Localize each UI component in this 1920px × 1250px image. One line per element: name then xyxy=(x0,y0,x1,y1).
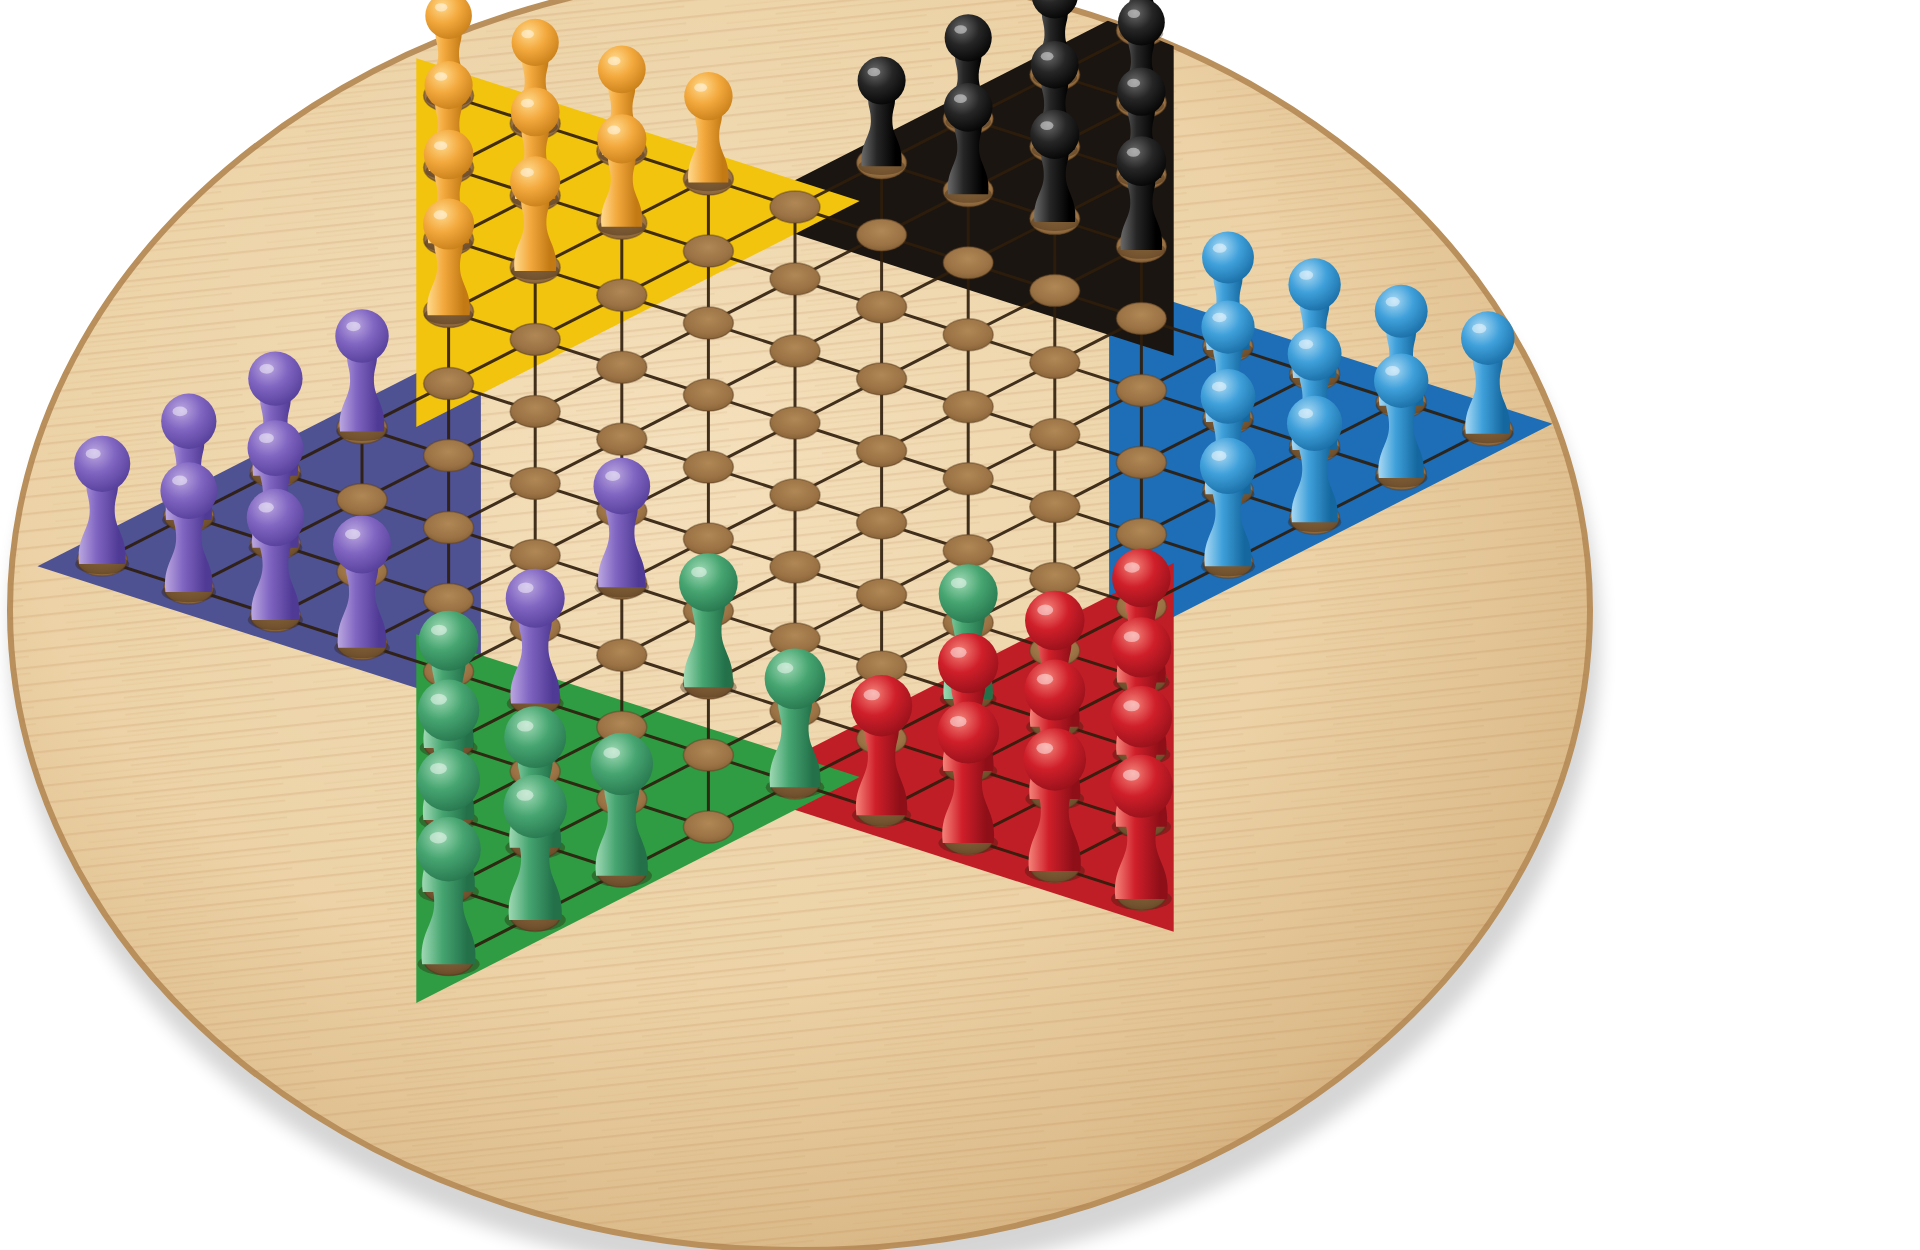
hole[interactable] xyxy=(683,811,733,843)
hole[interactable] xyxy=(943,391,993,423)
hole[interactable] xyxy=(770,263,820,295)
hole[interactable] xyxy=(770,335,820,367)
hole[interactable] xyxy=(1030,275,1080,307)
hole[interactable] xyxy=(424,440,474,472)
hole[interactable] xyxy=(337,484,387,516)
hole[interactable] xyxy=(770,551,820,583)
hole[interactable] xyxy=(943,247,993,279)
hole[interactable] xyxy=(597,351,647,383)
hole[interactable] xyxy=(683,235,733,267)
hole[interactable] xyxy=(683,307,733,339)
hole[interactable] xyxy=(424,368,474,400)
hole[interactable] xyxy=(510,467,560,499)
chinese-checkers-photo xyxy=(0,0,1920,1250)
hole[interactable] xyxy=(1030,419,1080,451)
hole[interactable] xyxy=(510,323,560,355)
hole[interactable] xyxy=(510,395,560,427)
hole[interactable] xyxy=(1116,374,1166,406)
hole[interactable] xyxy=(770,407,820,439)
hole[interactable] xyxy=(424,512,474,544)
hole[interactable] xyxy=(1116,518,1166,550)
hole[interactable] xyxy=(943,463,993,495)
chinese-checkers-board xyxy=(0,0,1920,1250)
hole[interactable] xyxy=(857,291,907,323)
hole[interactable] xyxy=(857,363,907,395)
hole[interactable] xyxy=(857,507,907,539)
hole[interactable] xyxy=(683,523,733,555)
hole[interactable] xyxy=(597,423,647,455)
hole[interactable] xyxy=(597,639,647,671)
hole[interactable] xyxy=(943,319,993,351)
hole[interactable] xyxy=(770,479,820,511)
hole[interactable] xyxy=(683,451,733,483)
hole[interactable] xyxy=(1030,347,1080,379)
hole[interactable] xyxy=(683,739,733,771)
board-host xyxy=(0,0,1920,1250)
hole[interactable] xyxy=(1030,491,1080,523)
hole[interactable] xyxy=(857,579,907,611)
hole[interactable] xyxy=(597,279,647,311)
hole[interactable] xyxy=(1030,563,1080,595)
hole[interactable] xyxy=(943,535,993,567)
hole[interactable] xyxy=(683,379,733,411)
hole[interactable] xyxy=(857,435,907,467)
hole[interactable] xyxy=(1116,302,1166,334)
hole[interactable] xyxy=(770,191,820,223)
hole[interactable] xyxy=(1116,446,1166,478)
hole[interactable] xyxy=(857,219,907,251)
hole[interactable] xyxy=(510,539,560,571)
